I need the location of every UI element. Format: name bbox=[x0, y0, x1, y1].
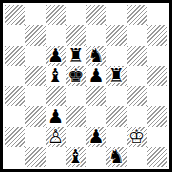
square-f7[interactable] bbox=[106, 25, 126, 45]
square-b7[interactable] bbox=[25, 25, 45, 45]
square-a5[interactable] bbox=[5, 66, 25, 86]
black-knight-f1: ♞ bbox=[108, 147, 125, 166]
chess-board-frame: ♟♜♞♝♚♟♜♟♙♟♔♝♞ bbox=[0, 0, 172, 172]
square-c3[interactable]: ♟ bbox=[46, 106, 66, 126]
square-a6[interactable] bbox=[5, 46, 25, 66]
black-king-d5: ♚ bbox=[67, 66, 84, 85]
square-c7[interactable] bbox=[46, 25, 66, 45]
square-d2[interactable] bbox=[66, 127, 86, 147]
square-a4[interactable] bbox=[5, 86, 25, 106]
white-king-g2: ♔ bbox=[128, 127, 145, 146]
square-h6[interactable] bbox=[147, 46, 167, 66]
square-d6[interactable]: ♜ bbox=[66, 46, 86, 66]
square-f8[interactable] bbox=[106, 5, 126, 25]
square-h3[interactable] bbox=[147, 106, 167, 126]
square-d1[interactable]: ♝ bbox=[66, 147, 86, 167]
square-g5[interactable] bbox=[127, 66, 147, 86]
square-g3[interactable] bbox=[127, 106, 147, 126]
square-a3[interactable] bbox=[5, 106, 25, 126]
square-d8[interactable] bbox=[66, 5, 86, 25]
square-b4[interactable] bbox=[25, 86, 45, 106]
square-b1[interactable] bbox=[25, 147, 45, 167]
square-c8[interactable] bbox=[46, 5, 66, 25]
square-h5[interactable] bbox=[147, 66, 167, 86]
square-d5[interactable]: ♚ bbox=[66, 66, 86, 86]
black-pawn-c3: ♟ bbox=[47, 107, 64, 126]
square-e6[interactable]: ♞ bbox=[86, 46, 106, 66]
square-b3[interactable] bbox=[25, 106, 45, 126]
square-a8[interactable] bbox=[5, 5, 25, 25]
chess-board: ♟♜♞♝♚♟♜♟♙♟♔♝♞ bbox=[5, 5, 167, 167]
square-c2[interactable]: ♙ bbox=[46, 127, 66, 147]
square-c6[interactable]: ♟ bbox=[46, 46, 66, 66]
white-pawn-c2: ♙ bbox=[47, 127, 64, 146]
square-h4[interactable] bbox=[147, 86, 167, 106]
square-f2[interactable] bbox=[106, 127, 126, 147]
square-e1[interactable] bbox=[86, 147, 106, 167]
black-rook-f5: ♜ bbox=[108, 66, 125, 85]
square-a1[interactable] bbox=[5, 147, 25, 167]
chess-board-margin: ♟♜♞♝♚♟♜♟♙♟♔♝♞ bbox=[3, 3, 169, 169]
square-e5[interactable]: ♟ bbox=[86, 66, 106, 86]
black-bishop-d1: ♝ bbox=[67, 147, 84, 166]
black-bishop-c5: ♝ bbox=[47, 66, 64, 85]
square-a7[interactable] bbox=[5, 25, 25, 45]
square-e2[interactable]: ♟ bbox=[86, 127, 106, 147]
square-h2[interactable] bbox=[147, 127, 167, 147]
square-e4[interactable] bbox=[86, 86, 106, 106]
square-h8[interactable] bbox=[147, 5, 167, 25]
square-g8[interactable] bbox=[127, 5, 147, 25]
square-f4[interactable] bbox=[106, 86, 126, 106]
square-e8[interactable] bbox=[86, 5, 106, 25]
square-f6[interactable] bbox=[106, 46, 126, 66]
square-f3[interactable] bbox=[106, 106, 126, 126]
square-g7[interactable] bbox=[127, 25, 147, 45]
square-d3[interactable] bbox=[66, 106, 86, 126]
square-h7[interactable] bbox=[147, 25, 167, 45]
black-pawn-e5: ♟ bbox=[88, 66, 105, 85]
square-b8[interactable] bbox=[25, 5, 45, 25]
square-f5[interactable]: ♜ bbox=[106, 66, 126, 86]
square-g1[interactable] bbox=[127, 147, 147, 167]
square-h1[interactable] bbox=[147, 147, 167, 167]
square-c1[interactable] bbox=[46, 147, 66, 167]
square-a2[interactable] bbox=[5, 127, 25, 147]
black-rook-d6: ♜ bbox=[67, 46, 84, 65]
square-d4[interactable] bbox=[66, 86, 86, 106]
square-b2[interactable] bbox=[25, 127, 45, 147]
square-b6[interactable] bbox=[25, 46, 45, 66]
square-d7[interactable] bbox=[66, 25, 86, 45]
square-g4[interactable] bbox=[127, 86, 147, 106]
square-b5[interactable] bbox=[25, 66, 45, 86]
black-pawn-e2: ♟ bbox=[88, 127, 105, 146]
square-e7[interactable] bbox=[86, 25, 106, 45]
square-g6[interactable] bbox=[127, 46, 147, 66]
black-knight-e6: ♞ bbox=[88, 46, 105, 65]
black-pawn-c6: ♟ bbox=[47, 46, 64, 65]
square-g2[interactable]: ♔ bbox=[127, 127, 147, 147]
square-c5[interactable]: ♝ bbox=[46, 66, 66, 86]
square-c4[interactable] bbox=[46, 86, 66, 106]
square-f1[interactable]: ♞ bbox=[106, 147, 126, 167]
square-e3[interactable] bbox=[86, 106, 106, 126]
